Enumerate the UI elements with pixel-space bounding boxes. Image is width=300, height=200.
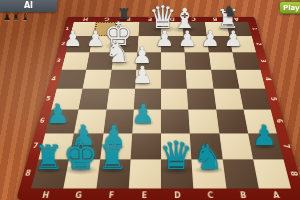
square-b3[interactable]: [208, 52, 235, 69]
black-pawn-e6[interactable]: ♟: [132, 101, 155, 127]
rank-label-left-8: 8: [24, 169, 31, 177]
rank-label-left-6: 6: [39, 118, 45, 124]
rank-label-right-5: 5: [270, 97, 278, 101]
rank-label-right-3: 3: [260, 59, 267, 62]
black-pawn-a7[interactable]: ♟: [252, 122, 277, 150]
file-label-far-H: H: [78, 17, 92, 22]
square-c4[interactable]: [186, 70, 213, 89]
rank-label-right-4: 4: [264, 77, 272, 80]
file-label-near-G: G: [68, 191, 89, 200]
square-a8[interactable]: [253, 159, 291, 188]
file-label-near-C: C: [200, 191, 221, 200]
player-button[interactable]: Player: [279, 1, 300, 14]
square-b4[interactable]: [211, 70, 240, 89]
rank-label-right-7: 7: [282, 143, 291, 147]
bishop-icon: ♝: [21, 12, 30, 22]
black-rook-h8[interactable]: ♜: [34, 142, 63, 175]
file-label-near-E: E: [134, 191, 154, 200]
square-g4[interactable]: [83, 70, 112, 89]
black-knight-c8[interactable]: ♞: [193, 140, 224, 175]
square-h4[interactable]: [57, 70, 87, 89]
rank-label-left-4: 4: [51, 76, 57, 81]
rank-label-right-1: 1: [251, 28, 258, 30]
square-d5[interactable]: [161, 89, 188, 110]
white-pawn-a2[interactable]: ♟: [224, 28, 243, 49]
square-f5[interactable]: [106, 89, 135, 110]
square-e8[interactable]: [128, 159, 161, 188]
black-rook-f8[interactable]: ♜: [98, 142, 127, 175]
rank-label-right-8: 8: [289, 171, 299, 176]
rank-label-right-2: 2: [255, 43, 262, 46]
square-c5[interactable]: [187, 89, 216, 110]
rank-label-left-3: 3: [56, 58, 61, 63]
file-label-near-H: H: [35, 191, 57, 200]
file-label-near-A: A: [266, 191, 288, 200]
square-c3[interactable]: [185, 52, 211, 69]
square-d4[interactable]: [161, 70, 187, 89]
white-pawn-c2[interactable]: ♟: [178, 28, 197, 49]
white-pawn-e4[interactable]: ♟: [132, 64, 153, 88]
chess-app-screen: HHGGFFEEDDCCBBAA1122334455667788 ♜♝♛♟♟♟♟…: [0, 0, 300, 200]
square-b5[interactable]: [213, 89, 243, 110]
offboard-black-rook[interactable]: ♜: [117, 7, 130, 22]
square-a3[interactable]: [232, 52, 260, 69]
square-d3[interactable]: [161, 52, 186, 69]
square-a5[interactable]: [239, 89, 271, 110]
square-g5[interactable]: [79, 89, 109, 110]
ai-button[interactable]: AI: [0, 0, 57, 12]
square-a4[interactable]: [236, 70, 266, 89]
white-pawn-h2[interactable]: ♟: [63, 28, 82, 49]
square-d6[interactable]: [161, 110, 190, 133]
square-c6[interactable]: [188, 110, 218, 133]
pawn-icon: ♟: [3, 12, 12, 22]
white-pawn-b2[interactable]: ♟: [201, 28, 220, 49]
white-pawn-d2[interactable]: ♟: [155, 28, 174, 49]
file-label-near-D: D: [167, 191, 187, 200]
white-pawn-g2[interactable]: ♟: [86, 28, 105, 49]
file-label-near-B: B: [233, 191, 254, 200]
black-king-g8[interactable]: ♚: [63, 136, 98, 175]
square-h3[interactable]: [62, 52, 90, 69]
black-pawn-h6[interactable]: ♟: [46, 101, 69, 127]
white-knight-f3[interactable]: ♞: [105, 38, 131, 67]
captured-pieces-tray: ♟♜♝: [3, 12, 30, 22]
square-e7[interactable]: [130, 133, 161, 159]
offboard-black-knight[interactable]: ♞: [223, 4, 236, 19]
black-queen-d8[interactable]: ♛: [159, 137, 193, 175]
file-label-near-F: F: [101, 191, 122, 200]
rook-icon: ♜: [12, 12, 21, 22]
